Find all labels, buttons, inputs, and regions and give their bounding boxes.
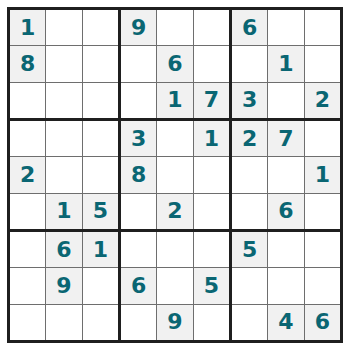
cell-r7c2[interactable]: 6 [46,232,81,267]
cell-r5c4[interactable]: 8 [121,157,156,192]
cell-r1c2[interactable] [46,10,81,45]
cell-r4c9[interactable] [305,121,340,156]
cell-r3c1[interactable] [10,83,45,118]
cell-r5c6[interactable] [194,157,229,192]
cell-r4c3[interactable] [83,121,118,156]
cell-r6c8[interactable]: 6 [268,194,303,229]
cell-r2c3[interactable] [83,46,118,81]
cell-r3c3[interactable] [83,83,118,118]
cell-r8c8[interactable] [268,268,303,303]
cell-r8c2[interactable]: 9 [46,268,81,303]
box-2-0: 619 [10,232,118,340]
cell-r3c8[interactable] [268,83,303,118]
cell-r3c7[interactable]: 3 [232,83,267,118]
cell-r1c8[interactable] [268,10,303,45]
cell-r4c7[interactable]: 2 [232,121,267,156]
box-2-2: 546 [232,232,340,340]
cell-r4c1[interactable] [10,121,45,156]
cell-r7c6[interactable] [194,232,229,267]
cell-r6c9[interactable] [305,194,340,229]
cell-r4c6[interactable]: 1 [194,121,229,156]
cell-r6c5[interactable]: 2 [157,194,192,229]
cell-r2c4[interactable] [121,46,156,81]
cell-r3c2[interactable] [46,83,81,118]
cell-r7c9[interactable] [305,232,340,267]
box-0-0: 18 [10,10,118,118]
cell-r8c4[interactable]: 6 [121,268,156,303]
cell-r8c5[interactable] [157,268,192,303]
cell-r9c5[interactable]: 9 [157,305,192,340]
cell-r5c2[interactable] [46,157,81,192]
cell-r2c7[interactable] [232,46,267,81]
sudoku-board: 189617613221531822716619659546 [7,7,343,343]
cell-r2c8[interactable]: 1 [268,46,303,81]
cell-r1c9[interactable] [305,10,340,45]
cell-r1c4[interactable]: 9 [121,10,156,45]
cell-r5c3[interactable] [83,157,118,192]
cell-r1c5[interactable] [157,10,192,45]
cell-r1c6[interactable] [194,10,229,45]
cell-r7c7[interactable]: 5 [232,232,267,267]
cell-r2c2[interactable] [46,46,81,81]
cell-r3c9[interactable]: 2 [305,83,340,118]
cell-r3c4[interactable] [121,83,156,118]
cell-r2c5[interactable]: 6 [157,46,192,81]
cell-r6c3[interactable]: 5 [83,194,118,229]
cell-r8c1[interactable] [10,268,45,303]
box-2-1: 659 [121,232,229,340]
cell-r9c1[interactable] [10,305,45,340]
cell-r7c5[interactable] [157,232,192,267]
box-1-1: 3182 [121,121,229,229]
cell-r9c8[interactable]: 4 [268,305,303,340]
cell-r4c2[interactable] [46,121,81,156]
cell-r5c7[interactable] [232,157,267,192]
cell-r8c6[interactable]: 5 [194,268,229,303]
cell-r6c4[interactable] [121,194,156,229]
cell-r7c4[interactable] [121,232,156,267]
cell-r4c8[interactable]: 7 [268,121,303,156]
box-0-2: 6132 [232,10,340,118]
cell-r4c4[interactable]: 3 [121,121,156,156]
cell-r6c6[interactable] [194,194,229,229]
cell-r5c9[interactable]: 1 [305,157,340,192]
cell-r7c3[interactable]: 1 [83,232,118,267]
cell-r3c6[interactable]: 7 [194,83,229,118]
cell-r2c6[interactable] [194,46,229,81]
cell-r7c8[interactable] [268,232,303,267]
cell-r1c1[interactable]: 1 [10,10,45,45]
cell-r9c2[interactable] [46,305,81,340]
cell-r9c4[interactable] [121,305,156,340]
cell-r5c5[interactable] [157,157,192,192]
cell-r5c1[interactable]: 2 [10,157,45,192]
cell-r6c7[interactable] [232,194,267,229]
cell-r8c9[interactable] [305,268,340,303]
cell-r4c5[interactable] [157,121,192,156]
cell-r3c5[interactable]: 1 [157,83,192,118]
cell-r1c3[interactable] [83,10,118,45]
cell-r9c9[interactable]: 6 [305,305,340,340]
box-1-2: 2716 [232,121,340,229]
box-0-1: 9617 [121,10,229,118]
cell-r1c7[interactable]: 6 [232,10,267,45]
cell-r5c8[interactable] [268,157,303,192]
sudoku-page: 189617613221531822716619659546 [0,0,350,350]
cell-r9c7[interactable] [232,305,267,340]
cell-r7c1[interactable] [10,232,45,267]
cell-r6c2[interactable]: 1 [46,194,81,229]
cell-r8c7[interactable] [232,268,267,303]
cell-r6c1[interactable] [10,194,45,229]
cell-r9c6[interactable] [194,305,229,340]
cell-r2c1[interactable]: 8 [10,46,45,81]
cell-r9c3[interactable] [83,305,118,340]
cell-r8c3[interactable] [83,268,118,303]
cell-r2c9[interactable] [305,46,340,81]
box-1-0: 215 [10,121,118,229]
